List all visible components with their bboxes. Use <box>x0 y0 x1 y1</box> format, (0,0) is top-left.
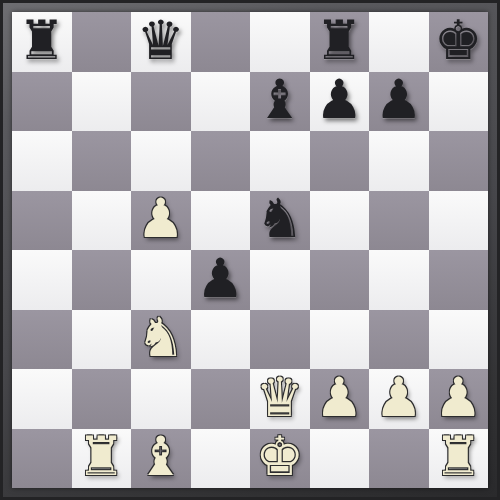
piece-white-rook[interactable]: ♜ <box>434 430 482 484</box>
square-b2[interactable] <box>72 369 132 429</box>
piece-black-pawn[interactable]: ♟ <box>375 73 423 127</box>
square-a8[interactable]: ♜ <box>12 12 72 72</box>
square-b7[interactable] <box>72 72 132 132</box>
square-h8[interactable]: ♚ <box>429 12 489 72</box>
square-d3[interactable] <box>191 310 251 370</box>
square-e1[interactable]: ♚ <box>250 429 310 489</box>
square-f8[interactable]: ♜ <box>310 12 370 72</box>
square-a4[interactable] <box>12 250 72 310</box>
square-c7[interactable] <box>131 72 191 132</box>
chess-board: ♜♛♜♚♝♟♟♟♞♟♞♛♟♟♟♜♝♚♜ <box>12 12 488 488</box>
square-f7[interactable]: ♟ <box>310 72 370 132</box>
piece-black-queen[interactable]: ♛ <box>137 14 185 68</box>
square-f2[interactable]: ♟ <box>310 369 370 429</box>
square-g6[interactable] <box>369 131 429 191</box>
square-c8[interactable]: ♛ <box>131 12 191 72</box>
square-a7[interactable] <box>12 72 72 132</box>
square-a5[interactable] <box>12 191 72 251</box>
square-c2[interactable] <box>131 369 191 429</box>
square-d4[interactable]: ♟ <box>191 250 251 310</box>
piece-black-rook[interactable]: ♜ <box>315 14 363 68</box>
square-g7[interactable]: ♟ <box>369 72 429 132</box>
piece-black-knight[interactable]: ♞ <box>256 192 304 246</box>
square-a1[interactable] <box>12 429 72 489</box>
square-b5[interactable] <box>72 191 132 251</box>
square-a6[interactable] <box>12 131 72 191</box>
square-g2[interactable]: ♟ <box>369 369 429 429</box>
square-g4[interactable] <box>369 250 429 310</box>
square-e4[interactable] <box>250 250 310 310</box>
square-h2[interactable]: ♟ <box>429 369 489 429</box>
piece-black-king[interactable]: ♚ <box>434 14 482 68</box>
piece-black-pawn[interactable]: ♟ <box>196 252 244 306</box>
square-d2[interactable] <box>191 369 251 429</box>
chess-board-frame: ♜♛♜♚♝♟♟♟♞♟♞♛♟♟♟♜♝♚♜ <box>0 0 500 500</box>
piece-white-pawn[interactable]: ♟ <box>137 192 185 246</box>
square-a3[interactable] <box>12 310 72 370</box>
piece-white-rook[interactable]: ♜ <box>77 430 125 484</box>
square-c5[interactable]: ♟ <box>131 191 191 251</box>
square-d1[interactable] <box>191 429 251 489</box>
square-f1[interactable] <box>310 429 370 489</box>
square-e5[interactable]: ♞ <box>250 191 310 251</box>
piece-white-bishop[interactable]: ♝ <box>137 430 185 484</box>
square-e8[interactable] <box>250 12 310 72</box>
square-f6[interactable] <box>310 131 370 191</box>
square-e2[interactable]: ♛ <box>250 369 310 429</box>
square-b3[interactable] <box>72 310 132 370</box>
square-b8[interactable] <box>72 12 132 72</box>
square-e6[interactable] <box>250 131 310 191</box>
square-f3[interactable] <box>310 310 370 370</box>
square-h4[interactable] <box>429 250 489 310</box>
piece-white-king[interactable]: ♚ <box>256 430 304 484</box>
square-f5[interactable] <box>310 191 370 251</box>
square-c3[interactable]: ♞ <box>131 310 191 370</box>
square-h7[interactable] <box>429 72 489 132</box>
piece-white-knight[interactable]: ♞ <box>137 311 185 365</box>
square-b6[interactable] <box>72 131 132 191</box>
square-g1[interactable] <box>369 429 429 489</box>
piece-black-rook[interactable]: ♜ <box>18 14 66 68</box>
square-d7[interactable] <box>191 72 251 132</box>
square-d5[interactable] <box>191 191 251 251</box>
square-h6[interactable] <box>429 131 489 191</box>
piece-white-pawn[interactable]: ♟ <box>375 371 423 425</box>
square-g8[interactable] <box>369 12 429 72</box>
square-d6[interactable] <box>191 131 251 191</box>
square-b4[interactable] <box>72 250 132 310</box>
square-f4[interactable] <box>310 250 370 310</box>
square-e3[interactable] <box>250 310 310 370</box>
square-c4[interactable] <box>131 250 191 310</box>
piece-black-bishop[interactable]: ♝ <box>256 73 304 127</box>
piece-white-queen[interactable]: ♛ <box>256 371 304 425</box>
square-h3[interactable] <box>429 310 489 370</box>
square-e7[interactable]: ♝ <box>250 72 310 132</box>
square-h1[interactable]: ♜ <box>429 429 489 489</box>
square-g3[interactable] <box>369 310 429 370</box>
square-c6[interactable] <box>131 131 191 191</box>
square-a2[interactable] <box>12 369 72 429</box>
square-h5[interactable] <box>429 191 489 251</box>
square-d8[interactable] <box>191 12 251 72</box>
square-b1[interactable]: ♜ <box>72 429 132 489</box>
piece-black-pawn[interactable]: ♟ <box>315 73 363 127</box>
piece-white-pawn[interactable]: ♟ <box>434 371 482 425</box>
square-g5[interactable] <box>369 191 429 251</box>
square-c1[interactable]: ♝ <box>131 429 191 489</box>
piece-white-pawn[interactable]: ♟ <box>315 371 363 425</box>
